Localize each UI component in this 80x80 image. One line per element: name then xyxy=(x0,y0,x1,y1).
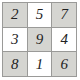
cell-r1c0[interactable]: 3 xyxy=(3,28,27,52)
cell-r1c1[interactable]: 9 xyxy=(28,28,52,52)
cell-r2c2[interactable]: 6 xyxy=(52,52,76,76)
cell-r1c2[interactable]: 4 xyxy=(52,28,76,52)
cell-r2c1[interactable]: 1 xyxy=(28,52,52,76)
number-grid: 257394816 xyxy=(2,2,77,77)
puzzle-board: 257394816 xyxy=(2,2,77,77)
cell-r2c0[interactable]: 8 xyxy=(3,52,27,76)
cell-r0c2[interactable]: 7 xyxy=(52,3,76,27)
cell-r0c1[interactable]: 5 xyxy=(28,3,52,27)
cell-r0c0[interactable]: 2 xyxy=(3,3,27,27)
